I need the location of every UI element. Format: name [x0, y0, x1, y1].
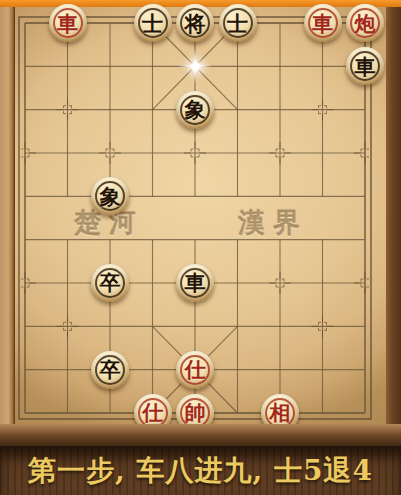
piece-character: 仕 [176, 351, 214, 389]
piece-character: 士 [134, 4, 172, 42]
black-elephant[interactable]: 象 [176, 91, 214, 129]
xiangqi-app-screen: { "game": "xiangqi", "caption": { "step_… [0, 0, 401, 495]
black-general[interactable]: 将 [176, 4, 214, 42]
red-chariot[interactable]: 車 [49, 4, 87, 42]
piece-character: 車 [346, 47, 384, 85]
piece-character: 象 [91, 177, 129, 215]
black-chariot[interactable]: 車 [346, 47, 384, 85]
piece-character: 士 [219, 4, 257, 42]
red-cannon[interactable]: 炮 [346, 4, 384, 42]
caption-bar: 第一步, 车八进九, 士5退4 [0, 446, 401, 495]
piece-character: 炮 [346, 4, 384, 42]
red-advisor[interactable]: 仕 [176, 351, 214, 389]
red-chariot[interactable]: 車 [304, 4, 342, 42]
black-advisor[interactable]: 士 [134, 4, 172, 42]
black-advisor[interactable]: 士 [219, 4, 257, 42]
black-elephant[interactable]: 象 [91, 177, 129, 215]
piece-character: 象 [176, 91, 214, 129]
piece-character: 車 [304, 4, 342, 42]
black-pawn[interactable]: 卒 [91, 351, 129, 389]
piece-character: 車 [176, 264, 214, 302]
move-hint-text: 第一步, 车八进九, 士5退4 [28, 452, 373, 490]
piece-character: 卒 [91, 351, 129, 389]
black-pawn[interactable]: 卒 [91, 264, 129, 302]
piece-character: 卒 [91, 264, 129, 302]
piece-character: 将 [176, 4, 214, 42]
black-chariot[interactable]: 車 [176, 264, 214, 302]
piece-character: 車 [49, 4, 87, 42]
board-front-edge [0, 424, 401, 446]
